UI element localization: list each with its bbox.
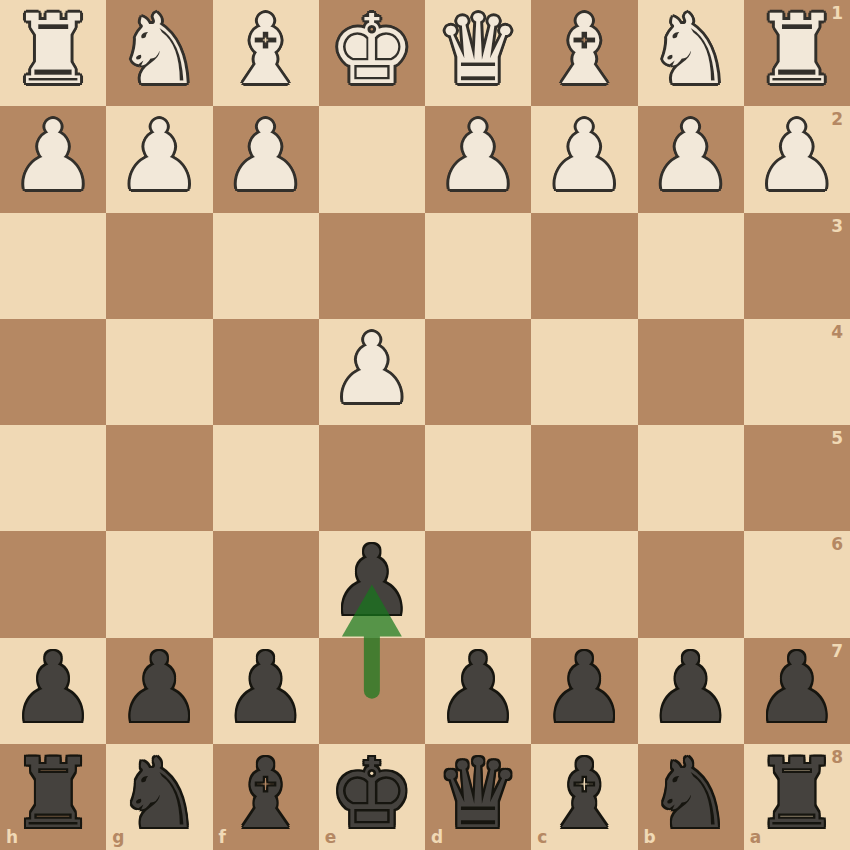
square-b7[interactable]: ♟ [638, 638, 744, 744]
square-a2[interactable]: 2♟ [744, 106, 850, 212]
square-h4[interactable] [0, 319, 106, 425]
white-bishop[interactable]: ♝ [213, 0, 319, 103]
black-bishop[interactable]: ♝ [531, 741, 637, 847]
square-e6[interactable]: ♟ [319, 531, 425, 637]
square-a4[interactable]: 4 [744, 319, 850, 425]
chess-board: ♜♞♝♚♛♝♞1♜♟♟♟♟♟♟2♟3♟45♟6♟♟♟♟♟♟7♟h♜g♞f♝e♚d… [0, 0, 850, 850]
rank-label-5: 5 [831, 430, 843, 447]
black-pawn[interactable]: ♟ [744, 635, 850, 741]
white-pawn[interactable]: ♟ [0, 103, 106, 209]
square-b8[interactable]: b♞ [638, 744, 744, 850]
black-pawn[interactable]: ♟ [0, 635, 106, 741]
square-h8[interactable]: h♜ [0, 744, 106, 850]
white-rook[interactable]: ♜ [0, 0, 106, 103]
square-f3[interactable] [213, 213, 319, 319]
black-rook[interactable]: ♜ [0, 741, 106, 847]
square-h3[interactable] [0, 213, 106, 319]
square-c5[interactable] [531, 425, 637, 531]
black-pawn[interactable]: ♟ [213, 635, 319, 741]
square-a5[interactable]: 5 [744, 425, 850, 531]
black-king[interactable]: ♚ [319, 741, 425, 847]
square-e7[interactable] [319, 638, 425, 744]
square-f7[interactable]: ♟ [213, 638, 319, 744]
square-c8[interactable]: c♝ [531, 744, 637, 850]
square-e8[interactable]: e♚ [319, 744, 425, 850]
square-f6[interactable] [213, 531, 319, 637]
square-b2[interactable]: ♟ [638, 106, 744, 212]
square-e4[interactable]: ♟ [319, 319, 425, 425]
black-pawn[interactable]: ♟ [106, 635, 212, 741]
white-pawn[interactable]: ♟ [319, 316, 425, 422]
square-c6[interactable] [531, 531, 637, 637]
square-d1[interactable]: ♛ [425, 0, 531, 106]
square-a3[interactable]: 3 [744, 213, 850, 319]
square-g3[interactable] [106, 213, 212, 319]
square-c1[interactable]: ♝ [531, 0, 637, 106]
black-bishop[interactable]: ♝ [213, 741, 319, 847]
black-pawn[interactable]: ♟ [425, 635, 531, 741]
square-d5[interactable] [425, 425, 531, 531]
square-e1[interactable]: ♚ [319, 0, 425, 106]
square-e2[interactable] [319, 106, 425, 212]
square-h5[interactable] [0, 425, 106, 531]
white-queen[interactable]: ♛ [425, 0, 531, 103]
black-knight[interactable]: ♞ [106, 741, 212, 847]
white-knight[interactable]: ♞ [106, 0, 212, 103]
white-rook[interactable]: ♜ [744, 0, 850, 103]
white-pawn[interactable]: ♟ [531, 103, 637, 209]
square-g7[interactable]: ♟ [106, 638, 212, 744]
square-h1[interactable]: ♜ [0, 0, 106, 106]
square-d2[interactable]: ♟ [425, 106, 531, 212]
square-h2[interactable]: ♟ [0, 106, 106, 212]
square-h6[interactable] [0, 531, 106, 637]
square-g6[interactable] [106, 531, 212, 637]
square-d7[interactable]: ♟ [425, 638, 531, 744]
square-g4[interactable] [106, 319, 212, 425]
square-d6[interactable] [425, 531, 531, 637]
square-g1[interactable]: ♞ [106, 0, 212, 106]
square-e5[interactable] [319, 425, 425, 531]
square-c2[interactable]: ♟ [531, 106, 637, 212]
square-e3[interactable] [319, 213, 425, 319]
square-b1[interactable]: ♞ [638, 0, 744, 106]
white-bishop[interactable]: ♝ [531, 0, 637, 103]
square-f2[interactable]: ♟ [213, 106, 319, 212]
black-knight[interactable]: ♞ [638, 741, 744, 847]
square-c4[interactable] [531, 319, 637, 425]
black-pawn[interactable]: ♟ [638, 635, 744, 741]
square-a6[interactable]: 6 [744, 531, 850, 637]
white-king[interactable]: ♚ [319, 0, 425, 103]
rank-label-3: 3 [831, 218, 843, 235]
black-rook[interactable]: ♜ [744, 741, 850, 847]
white-pawn[interactable]: ♟ [638, 103, 744, 209]
white-pawn[interactable]: ♟ [213, 103, 319, 209]
square-d3[interactable] [425, 213, 531, 319]
square-h7[interactable]: ♟ [0, 638, 106, 744]
square-b4[interactable] [638, 319, 744, 425]
square-c7[interactable]: ♟ [531, 638, 637, 744]
rank-label-6: 6 [831, 536, 843, 553]
white-pawn[interactable]: ♟ [425, 103, 531, 209]
square-g8[interactable]: g♞ [106, 744, 212, 850]
black-pawn[interactable]: ♟ [319, 528, 425, 634]
black-pawn[interactable]: ♟ [531, 635, 637, 741]
square-b6[interactable] [638, 531, 744, 637]
square-f8[interactable]: f♝ [213, 744, 319, 850]
black-queen[interactable]: ♛ [425, 741, 531, 847]
square-c3[interactable] [531, 213, 637, 319]
square-g2[interactable]: ♟ [106, 106, 212, 212]
white-pawn[interactable]: ♟ [744, 103, 850, 209]
white-pawn[interactable]: ♟ [106, 103, 212, 209]
square-f5[interactable] [213, 425, 319, 531]
square-f4[interactable] [213, 319, 319, 425]
square-a7[interactable]: 7♟ [744, 638, 850, 744]
square-b5[interactable] [638, 425, 744, 531]
square-d4[interactable] [425, 319, 531, 425]
square-g5[interactable] [106, 425, 212, 531]
square-a8[interactable]: 8a♜ [744, 744, 850, 850]
square-b3[interactable] [638, 213, 744, 319]
white-knight[interactable]: ♞ [638, 0, 744, 103]
square-a1[interactable]: 1♜ [744, 0, 850, 106]
rank-label-4: 4 [831, 324, 843, 341]
square-f1[interactable]: ♝ [213, 0, 319, 106]
square-d8[interactable]: d♛ [425, 744, 531, 850]
